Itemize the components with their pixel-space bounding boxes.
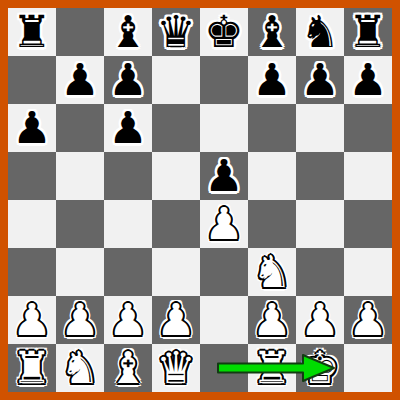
square-g8[interactable]: ♞ <box>296 8 344 56</box>
square-c1[interactable]: ♝ <box>104 344 152 392</box>
piece-white-rook[interactable]: ♜ <box>12 344 51 392</box>
square-a1[interactable]: ♜ <box>8 344 56 392</box>
square-b7[interactable]: ♟ <box>56 56 104 104</box>
piece-black-king[interactable]: ♚ <box>204 8 243 56</box>
square-b1[interactable]: ♞ <box>56 344 104 392</box>
square-g4[interactable] <box>296 200 344 248</box>
square-e3[interactable] <box>200 248 248 296</box>
square-f6[interactable] <box>248 104 296 152</box>
square-b8[interactable] <box>56 8 104 56</box>
square-g6[interactable] <box>296 104 344 152</box>
square-h5[interactable] <box>344 152 392 200</box>
square-d8[interactable]: ♛ <box>152 8 200 56</box>
square-g2[interactable]: ♟ <box>296 296 344 344</box>
square-a5[interactable] <box>8 152 56 200</box>
square-e6[interactable] <box>200 104 248 152</box>
square-a7[interactable] <box>8 56 56 104</box>
square-a8[interactable]: ♜ <box>8 8 56 56</box>
square-c4[interactable] <box>104 200 152 248</box>
piece-white-queen[interactable]: ♛ <box>156 344 195 392</box>
square-e2[interactable] <box>200 296 248 344</box>
square-c8[interactable]: ♝ <box>104 8 152 56</box>
piece-black-knight[interactable]: ♞ <box>300 8 339 56</box>
square-c7[interactable]: ♟ <box>104 56 152 104</box>
piece-black-pawn[interactable]: ♟ <box>204 152 243 200</box>
square-h2[interactable]: ♟ <box>344 296 392 344</box>
piece-black-queen[interactable]: ♛ <box>156 8 195 56</box>
square-h7[interactable]: ♟ <box>344 56 392 104</box>
piece-black-bishop[interactable]: ♝ <box>108 8 147 56</box>
square-g3[interactable] <box>296 248 344 296</box>
square-h6[interactable] <box>344 104 392 152</box>
piece-white-pawn[interactable]: ♟ <box>300 296 339 344</box>
chess-board: ♜♝♛♚♝♞♜♟♟♟♟♟♟♟♟♟♞♟♟♟♟♟♟♟♜♞♝♛♜♚ <box>8 8 392 392</box>
piece-black-rook[interactable]: ♜ <box>348 8 387 56</box>
piece-black-pawn[interactable]: ♟ <box>252 56 291 104</box>
piece-black-pawn[interactable]: ♟ <box>12 104 51 152</box>
piece-black-pawn[interactable]: ♟ <box>108 104 147 152</box>
square-a6[interactable]: ♟ <box>8 104 56 152</box>
piece-white-pawn[interactable]: ♟ <box>108 296 147 344</box>
square-h4[interactable] <box>344 200 392 248</box>
square-f7[interactable]: ♟ <box>248 56 296 104</box>
square-d5[interactable] <box>152 152 200 200</box>
piece-white-pawn[interactable]: ♟ <box>12 296 51 344</box>
square-a3[interactable] <box>8 248 56 296</box>
square-d6[interactable] <box>152 104 200 152</box>
square-e5[interactable]: ♟ <box>200 152 248 200</box>
square-e4[interactable]: ♟ <box>200 200 248 248</box>
square-c6[interactable]: ♟ <box>104 104 152 152</box>
square-f1[interactable]: ♜ <box>248 344 296 392</box>
square-h3[interactable] <box>344 248 392 296</box>
piece-white-pawn[interactable]: ♟ <box>156 296 195 344</box>
square-f2[interactable]: ♟ <box>248 296 296 344</box>
square-h8[interactable]: ♜ <box>344 8 392 56</box>
square-e1[interactable] <box>200 344 248 392</box>
square-d1[interactable]: ♛ <box>152 344 200 392</box>
piece-white-king[interactable]: ♚ <box>300 344 339 392</box>
square-d7[interactable] <box>152 56 200 104</box>
piece-white-bishop[interactable]: ♝ <box>108 344 147 392</box>
board-frame: ♜♝♛♚♝♞♜♟♟♟♟♟♟♟♟♟♞♟♟♟♟♟♟♟♜♞♝♛♜♚ <box>0 0 400 400</box>
square-d2[interactable]: ♟ <box>152 296 200 344</box>
square-f5[interactable] <box>248 152 296 200</box>
square-f3[interactable]: ♞ <box>248 248 296 296</box>
square-a4[interactable] <box>8 200 56 248</box>
piece-white-knight[interactable]: ♞ <box>252 248 291 296</box>
piece-black-bishop[interactable]: ♝ <box>252 8 291 56</box>
piece-white-pawn[interactable]: ♟ <box>348 296 387 344</box>
piece-white-pawn[interactable]: ♟ <box>252 296 291 344</box>
square-h1[interactable] <box>344 344 392 392</box>
square-b4[interactable] <box>56 200 104 248</box>
piece-black-pawn[interactable]: ♟ <box>108 56 147 104</box>
square-g1[interactable]: ♚ <box>296 344 344 392</box>
square-g5[interactable] <box>296 152 344 200</box>
square-g7[interactable]: ♟ <box>296 56 344 104</box>
piece-black-pawn[interactable]: ♟ <box>348 56 387 104</box>
piece-white-pawn[interactable]: ♟ <box>204 200 243 248</box>
piece-white-rook[interactable]: ♜ <box>252 344 291 392</box>
square-d3[interactable] <box>152 248 200 296</box>
square-b2[interactable]: ♟ <box>56 296 104 344</box>
piece-black-pawn[interactable]: ♟ <box>60 56 99 104</box>
square-c3[interactable] <box>104 248 152 296</box>
square-e8[interactable]: ♚ <box>200 8 248 56</box>
square-e7[interactable] <box>200 56 248 104</box>
square-b5[interactable] <box>56 152 104 200</box>
piece-white-pawn[interactable]: ♟ <box>60 296 99 344</box>
piece-black-pawn[interactable]: ♟ <box>300 56 339 104</box>
square-c5[interactable] <box>104 152 152 200</box>
square-f4[interactable] <box>248 200 296 248</box>
square-a2[interactable]: ♟ <box>8 296 56 344</box>
piece-white-knight[interactable]: ♞ <box>60 344 99 392</box>
piece-black-rook[interactable]: ♜ <box>12 8 51 56</box>
square-b3[interactable] <box>56 248 104 296</box>
square-f8[interactable]: ♝ <box>248 8 296 56</box>
square-d4[interactable] <box>152 200 200 248</box>
square-b6[interactable] <box>56 104 104 152</box>
square-c2[interactable]: ♟ <box>104 296 152 344</box>
